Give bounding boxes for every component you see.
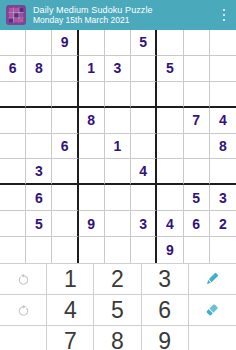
overflow-menu-button[interactable]: [216, 3, 232, 27]
redo-icon: [15, 302, 32, 319]
sudoku-cell-r2c1[interactable]: 6: [0, 56, 26, 82]
sudoku-cell-r4c4[interactable]: 8: [79, 108, 105, 134]
sudoku-cell-r6c7[interactable]: [157, 159, 183, 185]
sudoku-cell-r7c1[interactable]: [0, 185, 26, 211]
sudoku-cell-r1c5[interactable]: [105, 30, 131, 56]
keypad-3[interactable]: 3: [142, 264, 189, 295]
sudoku-cell-r6c4[interactable]: [79, 159, 105, 185]
sudoku-cell-r7c6[interactable]: [131, 185, 157, 211]
sudoku-cell-r5c8[interactable]: [184, 134, 210, 160]
sudoku-cell-r7c2[interactable]: 6: [26, 185, 52, 211]
sudoku-cell-r3c8[interactable]: [184, 82, 210, 108]
sudoku-cell-r4c9[interactable]: 4: [210, 108, 236, 134]
sudoku-cell-r2c9[interactable]: [210, 56, 236, 82]
sudoku-cell-r8c9[interactable]: 2: [210, 211, 236, 237]
keypad-7[interactable]: 7: [47, 326, 94, 350]
sudoku-cell-r9c8[interactable]: [184, 237, 210, 263]
sudoku-cell-r7c9[interactable]: 3: [210, 185, 236, 211]
sudoku-cell-r6c2[interactable]: 3: [26, 159, 52, 185]
sudoku-cell-r3c7[interactable]: [157, 82, 183, 108]
sudoku-cell-r7c7[interactable]: [157, 185, 183, 211]
sudoku-cell-r9c5[interactable]: [105, 237, 131, 263]
sudoku-cell-r1c9[interactable]: [210, 30, 236, 56]
keypad-2[interactable]: 2: [94, 264, 141, 295]
sudoku-cell-r3c3[interactable]: [52, 82, 78, 108]
sudoku-cell-r1c3[interactable]: 9: [52, 30, 78, 56]
sudoku-cell-r3c1[interactable]: [0, 82, 26, 108]
page-title: Daily Medium Sudoku Puzzle: [33, 5, 216, 16]
sudoku-cell-r2c5[interactable]: 3: [105, 56, 131, 82]
sudoku-cell-r6c8[interactable]: [184, 159, 210, 185]
sudoku-cell-r2c7[interactable]: 5: [157, 56, 183, 82]
keypad-1[interactable]: 1: [47, 264, 94, 295]
sudoku-board: 9568135874618346535934629: [0, 30, 236, 263]
sudoku-cell-r4c3[interactable]: [52, 108, 78, 134]
sudoku-cell-r8c5[interactable]: [105, 211, 131, 237]
keypad-9[interactable]: 9: [142, 326, 189, 350]
sudoku-cell-r8c7[interactable]: 4: [157, 211, 183, 237]
sudoku-cell-r8c4[interactable]: 9: [79, 211, 105, 237]
sudoku-cell-r2c8[interactable]: [184, 56, 210, 82]
eraser-icon: [202, 300, 222, 320]
sudoku-cell-r5c9[interactable]: 8: [210, 134, 236, 160]
kebab-menu-icon: [223, 9, 226, 12]
sudoku-cell-r4c7[interactable]: [157, 108, 183, 134]
sudoku-cell-r5c4[interactable]: [79, 134, 105, 160]
sudoku-cell-r1c4[interactable]: [79, 30, 105, 56]
sudoku-cell-r3c5[interactable]: [105, 82, 131, 108]
sudoku-cell-r9c6[interactable]: [131, 237, 157, 263]
sudoku-cell-r7c5[interactable]: [105, 185, 131, 211]
sudoku-cell-r7c8[interactable]: 5: [184, 185, 210, 211]
sudoku-cell-r5c6[interactable]: [131, 134, 157, 160]
sudoku-cell-r8c6[interactable]: 3: [131, 211, 157, 237]
keypad-empty: [189, 326, 236, 350]
sudoku-cell-r3c4[interactable]: [79, 82, 105, 108]
undo-button[interactable]: [0, 264, 47, 295]
sudoku-cell-r7c3[interactable]: [52, 185, 78, 211]
sudoku-cell-r9c2[interactable]: [26, 237, 52, 263]
sudoku-cell-r9c7[interactable]: 9: [157, 237, 183, 263]
app-header: Daily Medium Sudoku Puzzle Monday 15th M…: [0, 0, 236, 30]
undo-icon: [15, 271, 32, 288]
sudoku-cell-r5c7[interactable]: [157, 134, 183, 160]
sudoku-cell-r2c4[interactable]: 1: [79, 56, 105, 82]
pencil-icon: [202, 269, 222, 289]
sudoku-cell-r4c8[interactable]: 7: [184, 108, 210, 134]
sudoku-cell-r3c2[interactable]: [26, 82, 52, 108]
eraser-button[interactable]: [189, 295, 236, 326]
sudoku-cell-r4c5[interactable]: [105, 108, 131, 134]
sudoku-cell-r5c3[interactable]: 6: [52, 134, 78, 160]
sudoku-cell-r2c3[interactable]: [52, 56, 78, 82]
sudoku-cell-r6c9[interactable]: [210, 159, 236, 185]
sudoku-cell-r8c2[interactable]: 5: [26, 211, 52, 237]
sudoku-cell-r6c6[interactable]: 4: [131, 159, 157, 185]
sudoku-cell-r7c4[interactable]: [79, 185, 105, 211]
keypad-6[interactable]: 6: [142, 295, 189, 326]
sudoku-cell-r4c1[interactable]: [0, 108, 26, 134]
keypad-empty: [0, 326, 47, 350]
sudoku-cell-r1c7[interactable]: [157, 30, 183, 56]
keypad-5[interactable]: 5: [94, 295, 141, 326]
sudoku-cell-r9c1[interactable]: [0, 237, 26, 263]
sudoku-cell-r3c9[interactable]: [210, 82, 236, 108]
keypad-4[interactable]: 4: [47, 295, 94, 326]
header-titles: Daily Medium Sudoku Puzzle Monday 15th M…: [33, 5, 216, 26]
page-subtitle: Monday 15th March 2021: [33, 15, 216, 25]
sudoku-cell-r1c2[interactable]: [26, 30, 52, 56]
sudoku-cell-r5c2[interactable]: [26, 134, 52, 160]
redo-button[interactable]: [0, 295, 47, 326]
sudoku-cell-r9c9[interactable]: [210, 237, 236, 263]
sudoku-cell-r6c5[interactable]: [105, 159, 131, 185]
sudoku-cell-r8c3[interactable]: [52, 211, 78, 237]
sudoku-cell-r5c5[interactable]: 1: [105, 134, 131, 160]
sudoku-cell-r2c6[interactable]: [131, 56, 157, 82]
sudoku-cell-r1c1[interactable]: [0, 30, 26, 56]
keypad: 123 456 789: [0, 263, 236, 350]
sudoku-cell-r1c6[interactable]: 5: [131, 30, 157, 56]
sudoku-cell-r6c1[interactable]: [0, 159, 26, 185]
sudoku-cell-r6c3[interactable]: [52, 159, 78, 185]
sudoku-cell-r9c3[interactable]: [52, 237, 78, 263]
sudoku-cell-r8c8[interactable]: 6: [184, 211, 210, 237]
sudoku-cell-r4c2[interactable]: [26, 108, 52, 134]
keypad-8[interactable]: 8: [94, 326, 141, 350]
app-logo-sudoku-grid-icon: [6, 5, 26, 25]
sudoku-cell-r2c2[interactable]: 8: [26, 56, 52, 82]
sudoku-cell-r3c6[interactable]: [131, 82, 157, 108]
sudoku-cell-r1c8[interactable]: [184, 30, 210, 56]
sudoku-cell-r4c6[interactable]: [131, 108, 157, 134]
sudoku-cell-r9c4[interactable]: [79, 237, 105, 263]
pencil-button[interactable]: [189, 264, 236, 295]
sudoku-cell-r5c1[interactable]: [0, 134, 26, 160]
sudoku-cell-r8c1[interactable]: [0, 211, 26, 237]
